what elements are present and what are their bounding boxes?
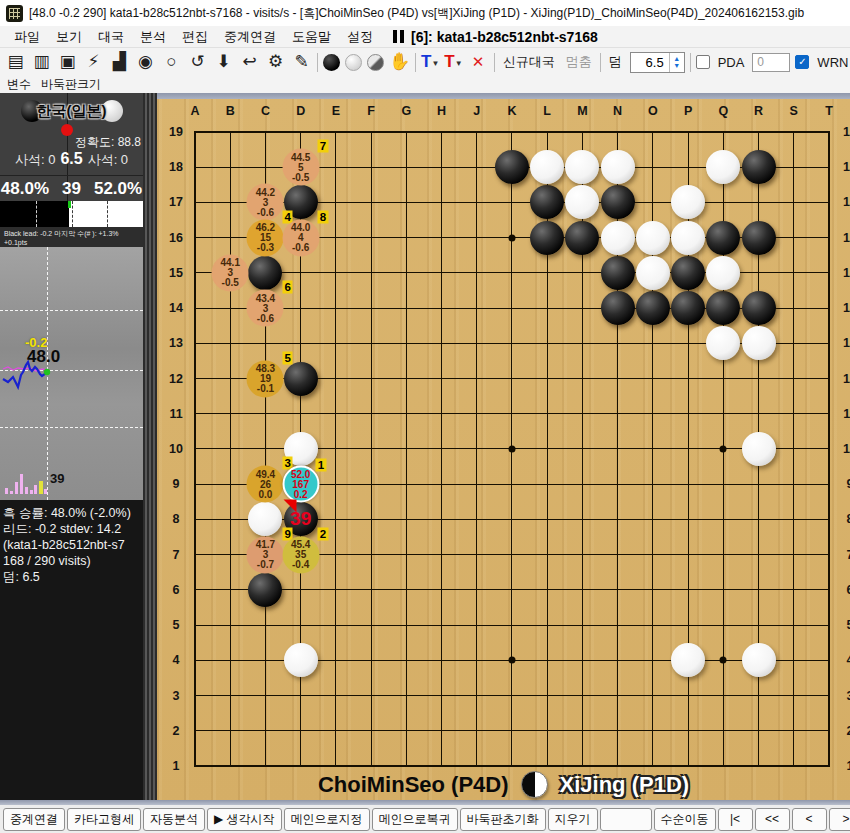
coord-row-right-10: 10 bbox=[843, 442, 850, 456]
candidate-c12[interactable]: 48.319-0.15 bbox=[247, 360, 284, 397]
winrate-bar bbox=[0, 201, 143, 227]
panel-splitter[interactable] bbox=[143, 93, 157, 805]
candidate-rank: 7 bbox=[318, 140, 328, 153]
bottom-button-9[interactable]: 수순이동 bbox=[654, 808, 716, 831]
coord-col-O: O bbox=[648, 104, 658, 118]
komi-display: 6.5 bbox=[60, 150, 82, 168]
title-bar: [48.0 -0.2 290] kata1-b28c512nbt-s7168 -… bbox=[0, 0, 850, 26]
candidate-rank: 5 bbox=[283, 351, 293, 364]
bottom-button-13[interactable]: > bbox=[829, 808, 850, 831]
stone-black-r16[interactable] bbox=[742, 221, 776, 255]
coord-row-right-13: 13 bbox=[843, 336, 850, 350]
coord-row-right-4: 4 bbox=[846, 653, 850, 667]
bottom-button-2[interactable]: 자동분석 bbox=[143, 808, 205, 831]
candidate-c7[interactable]: 41.73-0.79 bbox=[247, 536, 284, 573]
coord-row-left-7: 7 bbox=[173, 548, 180, 562]
pda-label: PDA bbox=[715, 55, 748, 70]
stats-line-3: 168 / 290 visits) bbox=[3, 553, 141, 569]
wrn-checkbox[interactable] bbox=[795, 55, 809, 69]
stats-line-1: 리드: -0.2 stdev: 14.2 bbox=[3, 521, 141, 537]
coord-col-K: K bbox=[507, 104, 516, 118]
coord-col-M: M bbox=[577, 104, 587, 118]
blank-button[interactable] bbox=[600, 808, 652, 831]
coord-row-right-8: 8 bbox=[846, 512, 850, 526]
coord-col-C: C bbox=[261, 104, 270, 118]
menu-item-3[interactable]: 분석 bbox=[132, 29, 174, 44]
stone-black-l17[interactable] bbox=[530, 185, 564, 219]
menu-item-1[interactable]: 보기 bbox=[48, 29, 90, 44]
wrn-label: WRN bbox=[814, 55, 850, 70]
coord-col-R: R bbox=[754, 104, 763, 118]
new-board-icon[interactable]: ▤ bbox=[5, 51, 26, 73]
bottom-button-11[interactable]: << bbox=[755, 808, 790, 831]
menu-item-4[interactable]: 편집 bbox=[174, 29, 216, 44]
bottom-button-10[interactable]: |< bbox=[718, 808, 753, 831]
coord-col-T: T bbox=[825, 104, 833, 118]
coord-row-right-16: 16 bbox=[843, 231, 850, 245]
new-game-button[interactable]: 신규대국 bbox=[500, 53, 558, 71]
white-winrate: 52.0% bbox=[94, 179, 142, 199]
menu-item-0[interactable]: 파일 bbox=[6, 29, 48, 44]
menu-item-5[interactable]: 중계연결 bbox=[216, 29, 284, 44]
coord-row-right-9: 9 bbox=[846, 477, 850, 491]
stone-black-c15[interactable] bbox=[248, 256, 282, 290]
toolbar: ▤▥▣⚡▟◉○↺⬇↩⚙✎✋T▼T▼✕ 신규대국 멈춤 덤 6.5 ▲▼ PDA … bbox=[0, 48, 850, 76]
stone-white-l18[interactable] bbox=[530, 150, 564, 184]
coord-row-left-2: 2 bbox=[173, 724, 180, 738]
stone-white-r4[interactable] bbox=[742, 643, 776, 677]
komi-label: 덤 bbox=[606, 53, 625, 71]
red-marker-icon[interactable]: T▼ bbox=[444, 52, 462, 72]
coord-col-E: E bbox=[332, 104, 340, 118]
accuracy-label: 정확도: 88.8 bbox=[75, 134, 141, 151]
subtoolbar-label-0[interactable]: 변수 bbox=[7, 76, 31, 93]
black-winrate: 48.0% bbox=[1, 179, 49, 199]
hand-icon[interactable]: ✋ bbox=[389, 51, 410, 73]
coord-row-right-2: 2 bbox=[846, 724, 850, 738]
coord-row-right-12: 12 bbox=[843, 372, 850, 386]
coord-row-left-3: 3 bbox=[173, 689, 180, 703]
subtoolbar-label-1[interactable]: 바둑판크기 bbox=[41, 76, 101, 93]
stone-black-r14[interactable] bbox=[742, 291, 776, 325]
coord-row-left-6: 6 bbox=[173, 583, 180, 597]
coord-row-right-19: 19 bbox=[843, 125, 850, 139]
coord-col-L: L bbox=[543, 104, 551, 118]
stone-white-q15[interactable] bbox=[706, 256, 740, 290]
coord-row-right-18: 18 bbox=[843, 160, 850, 174]
coord-row-right-15: 15 bbox=[843, 266, 850, 280]
coord-row-right-14: 14 bbox=[843, 301, 850, 315]
stone-black-l16[interactable] bbox=[530, 221, 564, 255]
candidate-d7[interactable]: 45.435-0.42 bbox=[282, 536, 319, 573]
coord-col-J: J bbox=[473, 104, 480, 118]
bottom-button-0[interactable]: 중계연결 bbox=[3, 808, 65, 831]
coord-row-left-9: 9 bbox=[173, 477, 180, 491]
stone-black-n15[interactable] bbox=[601, 256, 635, 290]
stone-white-n16[interactable] bbox=[601, 221, 635, 255]
stone-black-r18[interactable] bbox=[742, 150, 776, 184]
stone-white-d4[interactable] bbox=[284, 643, 318, 677]
engine-stats: 흑 승률: 48.0% (-2.0%)리드: -0.2 stdev: 14.2(… bbox=[0, 500, 143, 805]
candidate-rank: 2 bbox=[318, 527, 328, 540]
stone-white-q13[interactable] bbox=[706, 326, 740, 360]
pda-checkbox[interactable] bbox=[696, 55, 710, 69]
stone-white-p17[interactable] bbox=[671, 185, 705, 219]
settings-icon[interactable]: ⚙ bbox=[265, 51, 286, 73]
coord-row-left-10: 10 bbox=[169, 442, 183, 456]
pencil-icon[interactable]: ✎ bbox=[291, 51, 312, 73]
pda-input[interactable] bbox=[752, 53, 790, 72]
last-move-triangle-marker bbox=[283, 500, 296, 513]
menu-item-6[interactable]: 도움말 bbox=[284, 29, 339, 44]
star-point bbox=[720, 657, 727, 664]
coord-row-left-15: 15 bbox=[169, 266, 183, 280]
toolbar-icons: ▤▥▣⚡▟◉○↺⬇↩⚙✎✋T▼T▼✕ bbox=[5, 51, 495, 73]
coord-row-right-6: 6 bbox=[846, 583, 850, 597]
coord-row-left-17: 17 bbox=[169, 195, 183, 209]
stone-white-m18[interactable] bbox=[565, 150, 599, 184]
menu-bar: 파일보기대국분석편집중계연결도움말설정 [6]: kata1-b28c512nb… bbox=[0, 26, 850, 48]
bottom-button-1[interactable]: 카타고형세 bbox=[67, 808, 141, 831]
coord-row-left-19: 19 bbox=[169, 125, 183, 139]
pause-button[interactable]: 멈춤 bbox=[563, 53, 595, 71]
stone-white-o16[interactable] bbox=[636, 221, 670, 255]
winrate-graph[interactable]: -0.2 48.0 39 bbox=[0, 247, 143, 500]
candidate-c14[interactable]: 43.43-0.66 bbox=[247, 290, 284, 327]
candidate-c9[interactable]: 49.4260.03 bbox=[247, 466, 284, 503]
stats-line-2: (kata1-b28c512nbt-s7 bbox=[3, 537, 141, 553]
rules-label: 한국(일본) bbox=[37, 102, 107, 121]
bottom-button-6[interactable]: 바둑판초기화 bbox=[460, 808, 546, 831]
coord-col-B: B bbox=[226, 104, 235, 118]
coord-col-Q: Q bbox=[718, 104, 728, 118]
candidate-c16[interactable]: 46.215-0.34 bbox=[247, 219, 284, 256]
stats-line-0: 흑 승률: 48.0% (-2.0%) bbox=[3, 505, 141, 521]
komi-spinner[interactable]: 6.5 ▲▼ bbox=[630, 52, 685, 73]
app-icon bbox=[6, 5, 23, 22]
candidate-d18[interactable]: 44.55-0.57 bbox=[282, 149, 319, 186]
coord-row-left-14: 14 bbox=[169, 301, 183, 315]
go-board[interactable]: ChoiMinSeo (P4D) XiJing (P1D) ABCDEFGHJK… bbox=[157, 93, 850, 805]
coord-row-left-5: 5 bbox=[173, 618, 180, 632]
stone-black-m16[interactable] bbox=[565, 221, 599, 255]
app-window: [48.0 -0.2 290] kata1-b28c512nbt-s7168 -… bbox=[0, 0, 850, 833]
coord-row-left-18: 18 bbox=[169, 160, 183, 174]
stone-black-n17[interactable] bbox=[601, 185, 635, 219]
stone-white-p16[interactable] bbox=[671, 221, 705, 255]
stone-white-r10[interactable] bbox=[742, 432, 776, 466]
player-bar: ChoiMinSeo (P4D) XiJing (P1D) bbox=[157, 771, 850, 798]
coord-col-G: G bbox=[401, 104, 411, 118]
down-arrow-icon[interactable]: ⬇ bbox=[213, 51, 234, 73]
coord-col-N: N bbox=[613, 104, 622, 118]
stone-black-k18[interactable] bbox=[495, 150, 529, 184]
black-player-name: ChoiMinSeo (P4D) bbox=[318, 772, 509, 798]
session-indicator: [6]: kata1-b28c512nbt-s7168 bbox=[393, 29, 598, 45]
coord-col-A: A bbox=[190, 104, 199, 118]
coord-row-right-5: 5 bbox=[846, 618, 850, 632]
coord-row-left-13: 13 bbox=[169, 336, 183, 350]
coord-row-left-16: 16 bbox=[169, 231, 183, 245]
analysis-sidebar: 한국(일본) 정확도: 88.8 사석: 0 6.5 사석: 0 48.0% 3… bbox=[0, 93, 143, 805]
half-stone-icon bbox=[521, 771, 548, 798]
coord-row-left-12: 12 bbox=[169, 372, 183, 386]
white-captures: 사석: 0 bbox=[88, 151, 128, 169]
bottom-button-5[interactable]: 메인으로복귀 bbox=[372, 808, 458, 831]
star-point bbox=[508, 657, 515, 664]
winrate-tick bbox=[68, 201, 71, 208]
star-point bbox=[508, 234, 515, 241]
coord-row-left-8: 8 bbox=[173, 512, 180, 526]
coord-row-right-3: 3 bbox=[846, 689, 850, 703]
menu-item-7[interactable]: 설정 bbox=[339, 29, 381, 44]
candidate-d9[interactable]: 52.01670.21 bbox=[282, 466, 319, 503]
circle-icon[interactable]: ○ bbox=[161, 51, 182, 73]
menu-items: 파일보기대국분석편집중계연결도움말설정 bbox=[6, 27, 381, 46]
chart-icon[interactable]: ▟ bbox=[109, 51, 130, 73]
stone-black-n14[interactable] bbox=[601, 291, 635, 325]
candidate-rank: 6 bbox=[283, 281, 293, 294]
blue-marker-icon[interactable]: T▼ bbox=[421, 52, 439, 72]
stone-black-o14[interactable] bbox=[636, 291, 670, 325]
coord-col-D: D bbox=[296, 104, 305, 118]
candidate-c17[interactable]: 44.23-0.6 bbox=[247, 184, 284, 221]
window-title: [48.0 -0.2 290] kata1-b28c512nbt-s7168 -… bbox=[29, 5, 804, 22]
graph-curves bbox=[0, 247, 143, 500]
star-point bbox=[720, 445, 727, 452]
coord-col-P: P bbox=[684, 104, 692, 118]
white-stone-icon[interactable] bbox=[345, 54, 362, 71]
coord-row-left-4: 4 bbox=[173, 653, 180, 667]
coord-row-right-17: 17 bbox=[843, 195, 850, 209]
stone-black-p15[interactable] bbox=[671, 256, 705, 290]
stone-white-n18[interactable] bbox=[601, 150, 635, 184]
coord-col-H: H bbox=[437, 104, 446, 118]
stone-black-q16[interactable] bbox=[706, 221, 740, 255]
stone-white-m17[interactable] bbox=[565, 185, 599, 219]
bottom-button-4[interactable]: 메인으로지정 bbox=[284, 808, 370, 831]
recording-dot bbox=[61, 124, 73, 136]
stone-white-r13[interactable] bbox=[742, 326, 776, 360]
delete-mark-icon[interactable]: ✕ bbox=[468, 51, 489, 73]
pause-icon[interactable] bbox=[393, 30, 404, 43]
analyze-region-icon[interactable]: ◉ bbox=[135, 51, 156, 73]
stone-black-c6[interactable] bbox=[248, 573, 282, 607]
stone-white-p4[interactable] bbox=[671, 643, 705, 677]
stone-black-p14[interactable] bbox=[671, 291, 705, 325]
stone-black-q14[interactable] bbox=[706, 291, 740, 325]
bottom-button-7[interactable]: 지우기 bbox=[548, 808, 598, 831]
session-label: [6]: kata1-b28c512nbt-s7168 bbox=[411, 29, 598, 45]
komi-spinner-arrows[interactable]: ▲▼ bbox=[669, 53, 684, 72]
stone-white-c8[interactable] bbox=[248, 502, 282, 536]
engine-icon[interactable]: ⚡ bbox=[83, 51, 104, 73]
candidate-rank: 8 bbox=[318, 210, 328, 223]
refresh-icon[interactable]: ↺ bbox=[187, 51, 208, 73]
coord-col-S: S bbox=[790, 104, 798, 118]
candidate-rank: 1 bbox=[316, 459, 326, 472]
bottom-button-3[interactable]: ▶ 생각시작 bbox=[207, 808, 282, 831]
stats-line-4: 덤: 6.5 bbox=[3, 569, 141, 585]
stone-white-q18[interactable] bbox=[706, 150, 740, 184]
sub-toolbar: 변수바둑판크기 bbox=[0, 76, 850, 93]
stone-white-o15[interactable] bbox=[636, 256, 670, 290]
half-stone-icon[interactable] bbox=[367, 54, 384, 71]
black-captures: 사석: 0 bbox=[15, 151, 55, 169]
black-stone-icon[interactable] bbox=[323, 54, 340, 71]
star-point bbox=[508, 445, 515, 452]
candidate-d16[interactable]: 44.04-0.68 bbox=[282, 219, 319, 256]
save-icon[interactable]: ▣ bbox=[57, 51, 78, 73]
undo-arrow-icon[interactable]: ↩ bbox=[239, 51, 260, 73]
coord-col-F: F bbox=[367, 104, 375, 118]
white-player-name: XiJing (P1D) bbox=[560, 772, 690, 798]
open-file-icon[interactable]: ▥ bbox=[31, 51, 52, 73]
bottom-button-12[interactable]: < bbox=[792, 808, 827, 831]
move-counter: 39 bbox=[62, 179, 81, 199]
coord-row-left-11: 11 bbox=[169, 407, 182, 421]
komi-value[interactable]: 6.5 bbox=[631, 53, 669, 72]
winrate-graph-label: 48.0 bbox=[27, 347, 60, 367]
stone-black-d12[interactable] bbox=[284, 362, 318, 396]
current-move-dot bbox=[44, 369, 50, 375]
winrate-bar-black bbox=[0, 201, 69, 227]
bottom-toolbar: 중계연결카타고형세자동분석▶ 생각시작메인으로지정메인으로복귀바둑판초기화지우기… bbox=[0, 805, 850, 833]
game-info-panel: 한국(일본) 정확도: 88.8 사석: 0 6.5 사석: 0 48.0% 3… bbox=[0, 93, 143, 227]
move-axis-label: 39 bbox=[50, 471, 64, 486]
coord-row-right-11: 11 bbox=[843, 407, 850, 421]
candidate-b15[interactable]: 44.13-0.5 bbox=[212, 254, 249, 291]
lead-summary: Black lead: -0.2 마지막 수(# ): +1.3% +0.1pt… bbox=[0, 227, 143, 247]
menu-item-2[interactable]: 대국 bbox=[90, 29, 132, 44]
coord-row-right-7: 7 bbox=[846, 548, 850, 562]
